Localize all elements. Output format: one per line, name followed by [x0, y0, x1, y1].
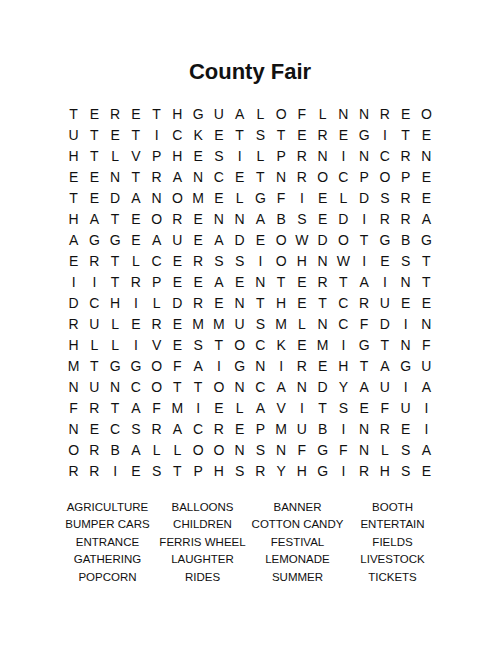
grid-cell[interactable]: L [146, 293, 167, 314]
grid-cell[interactable]: E [126, 461, 147, 482]
grid-cell[interactable]: F [292, 104, 313, 125]
grid-cell[interactable]: E [167, 251, 188, 272]
grid-cell[interactable]: N [354, 440, 375, 461]
grid-cell[interactable]: C [375, 146, 396, 167]
grid-cell[interactable]: E [250, 230, 271, 251]
grid-cell[interactable]: L [167, 440, 188, 461]
grid-cell[interactable]: U [416, 356, 437, 377]
grid-cell[interactable]: I [354, 251, 375, 272]
grid-cell[interactable]: T [146, 104, 167, 125]
grid-cell[interactable]: A [146, 230, 167, 251]
grid-cell[interactable]: C [126, 377, 147, 398]
grid-cell[interactable]: Y [271, 461, 292, 482]
grid-cell[interactable]: R [292, 146, 313, 167]
grid-cell[interactable]: U [395, 398, 416, 419]
grid-cell[interactable]: D [354, 188, 375, 209]
grid-cell[interactable]: M [63, 356, 84, 377]
grid-cell[interactable]: L [312, 104, 333, 125]
grid-cell[interactable]: B [271, 209, 292, 230]
grid-cell[interactable]: G [105, 356, 126, 377]
grid-cell[interactable]: K [271, 335, 292, 356]
grid-cell[interactable]: I [395, 314, 416, 335]
grid-cell[interactable]: F [167, 356, 188, 377]
grid-cell[interactable]: T [84, 356, 105, 377]
grid-cell[interactable]: R [312, 272, 333, 293]
grid-cell[interactable]: E [416, 167, 437, 188]
grid-cell[interactable]: T [209, 335, 230, 356]
grid-cell[interactable]: C [250, 335, 271, 356]
grid-cell[interactable]: S [375, 188, 396, 209]
grid-cell[interactable]: H [375, 461, 396, 482]
grid-cell[interactable]: F [146, 398, 167, 419]
grid-cell[interactable]: N [333, 104, 354, 125]
grid-cell[interactable]: E [63, 251, 84, 272]
grid-cell[interactable]: C [105, 419, 126, 440]
grid-cell[interactable]: N [105, 167, 126, 188]
grid-cell[interactable]: E [209, 125, 230, 146]
grid-cell[interactable]: L [333, 188, 354, 209]
grid-cell[interactable]: O [271, 251, 292, 272]
grid-cell[interactable]: A [271, 377, 292, 398]
grid-cell[interactable]: H [167, 146, 188, 167]
grid-cell[interactable]: T [105, 398, 126, 419]
grid-cell[interactable]: P [395, 167, 416, 188]
grid-cell[interactable]: N [292, 377, 313, 398]
grid-cell[interactable]: E [395, 104, 416, 125]
grid-cell[interactable]: G [84, 230, 105, 251]
grid-cell[interactable]: D [229, 230, 250, 251]
grid-cell[interactable]: I [126, 335, 147, 356]
grid-cell[interactable]: O [271, 104, 292, 125]
grid-cell[interactable]: P [271, 146, 292, 167]
grid-cell[interactable]: E [354, 398, 375, 419]
grid-cell[interactable]: F [292, 440, 313, 461]
grid-cell[interactable]: G [354, 335, 375, 356]
grid-cell[interactable]: T [312, 398, 333, 419]
grid-cell[interactable]: E [395, 419, 416, 440]
grid-cell[interactable]: N [146, 188, 167, 209]
grid-cell[interactable]: E [209, 293, 230, 314]
grid-cell[interactable]: U [375, 377, 396, 398]
grid-cell[interactable]: T [105, 209, 126, 230]
grid-cell[interactable]: I [354, 209, 375, 230]
grid-cell[interactable]: T [312, 293, 333, 314]
grid-cell[interactable]: R [84, 461, 105, 482]
grid-cell[interactable]: R [395, 188, 416, 209]
grid-cell[interactable]: N [250, 356, 271, 377]
grid-cell[interactable]: N [105, 377, 126, 398]
grid-cell[interactable]: E [416, 461, 437, 482]
grid-cell[interactable]: T [395, 125, 416, 146]
grid-cell[interactable]: E [188, 230, 209, 251]
grid-cell[interactable]: T [271, 125, 292, 146]
grid-cell[interactable]: C [188, 419, 209, 440]
grid-cell[interactable]: E [63, 167, 84, 188]
grid-cell[interactable]: I [375, 125, 396, 146]
grid-cell[interactable]: T [167, 461, 188, 482]
grid-cell[interactable]: P [188, 461, 209, 482]
grid-cell[interactable]: S [229, 251, 250, 272]
grid-cell[interactable]: F [375, 398, 396, 419]
grid-cell[interactable]: C [333, 167, 354, 188]
grid-cell[interactable]: R [312, 125, 333, 146]
grid-cell[interactable]: E [126, 104, 147, 125]
grid-cell[interactable]: G [250, 188, 271, 209]
grid-cell[interactable]: E [188, 146, 209, 167]
grid-cell[interactable]: S [395, 440, 416, 461]
grid-cell[interactable]: S [146, 461, 167, 482]
grid-cell[interactable]: R [84, 440, 105, 461]
grid-cell[interactable]: N [354, 419, 375, 440]
grid-cell[interactable]: G [375, 230, 396, 251]
grid-cell[interactable]: A [167, 419, 188, 440]
grid-cell[interactable]: L [126, 251, 147, 272]
grid-cell[interactable]: L [229, 398, 250, 419]
grid-cell[interactable]: M [209, 314, 230, 335]
grid-cell[interactable]: O [333, 230, 354, 251]
grid-cell[interactable]: O [271, 230, 292, 251]
grid-cell[interactable]: N [312, 314, 333, 335]
grid-cell[interactable]: A [354, 377, 375, 398]
grid-cell[interactable]: N [395, 335, 416, 356]
grid-cell[interactable]: S [209, 251, 230, 272]
grid-cell[interactable]: L [229, 188, 250, 209]
grid-cell[interactable]: L [250, 104, 271, 125]
grid-cell[interactable]: A [126, 188, 147, 209]
grid-cell[interactable]: O [167, 188, 188, 209]
grid-cell[interactable]: P [146, 146, 167, 167]
grid-cell[interactable]: N [416, 314, 437, 335]
grid-cell[interactable]: U [229, 314, 250, 335]
grid-cell[interactable]: A [250, 209, 271, 230]
grid-cell[interactable]: E [229, 419, 250, 440]
grid-cell[interactable]: E [167, 314, 188, 335]
grid-cell[interactable]: A [354, 272, 375, 293]
grid-cell[interactable]: C [146, 251, 167, 272]
grid-cell[interactable]: E [126, 230, 147, 251]
grid-cell[interactable]: R [105, 104, 126, 125]
grid-cell[interactable]: M [188, 314, 209, 335]
grid-cell[interactable]: H [292, 251, 313, 272]
grid-cell[interactable]: E [84, 104, 105, 125]
grid-cell[interactable]: R [63, 314, 84, 335]
grid-cell[interactable]: E [84, 419, 105, 440]
grid-cell[interactable]: S [229, 461, 250, 482]
grid-cell[interactable]: F [271, 188, 292, 209]
grid-cell[interactable]: I [209, 356, 230, 377]
grid-cell[interactable]: T [416, 272, 437, 293]
grid-cell[interactable]: D [333, 209, 354, 230]
grid-cell[interactable]: H [333, 356, 354, 377]
grid-cell[interactable]: L [146, 440, 167, 461]
grid-cell[interactable]: D [167, 293, 188, 314]
grid-cell[interactable]: W [292, 230, 313, 251]
grid-cell[interactable]: N [63, 419, 84, 440]
grid-cell[interactable]: R [250, 461, 271, 482]
grid-cell[interactable]: E [395, 293, 416, 314]
grid-cell[interactable]: N [188, 167, 209, 188]
grid-cell[interactable]: U [375, 293, 396, 314]
grid-cell[interactable]: G [395, 356, 416, 377]
grid-cell[interactable]: O [209, 377, 230, 398]
grid-cell[interactable]: A [126, 440, 147, 461]
grid-cell[interactable]: O [63, 440, 84, 461]
grid-cell[interactable]: R [188, 293, 209, 314]
grid-cell[interactable]: G [416, 230, 437, 251]
grid-cell[interactable]: I [416, 419, 437, 440]
grid-cell[interactable]: N [209, 209, 230, 230]
grid-cell[interactable]: O [146, 209, 167, 230]
grid-cell[interactable]: R [375, 104, 396, 125]
grid-cell[interactable]: A [416, 209, 437, 230]
grid-cell[interactable]: I [271, 356, 292, 377]
grid-cell[interactable]: K [188, 125, 209, 146]
grid-cell[interactable]: M [188, 188, 209, 209]
grid-cell[interactable]: H [167, 104, 188, 125]
grid-cell[interactable]: V [126, 146, 147, 167]
grid-cell[interactable]: N [416, 146, 437, 167]
grid-cell[interactable]: O [188, 440, 209, 461]
grid-cell[interactable]: A [416, 440, 437, 461]
grid-cell[interactable]: O [209, 440, 230, 461]
grid-cell[interactable]: A [167, 167, 188, 188]
grid-cell[interactable]: I [105, 461, 126, 482]
grid-cell[interactable]: E [312, 188, 333, 209]
grid-cell[interactable]: W [333, 251, 354, 272]
grid-cell[interactable]: T [229, 125, 250, 146]
grid-cell[interactable]: O [312, 167, 333, 188]
grid-cell[interactable]: E [167, 272, 188, 293]
grid-cell[interactable]: E [416, 293, 437, 314]
grid-cell[interactable]: U [167, 230, 188, 251]
grid-cell[interactable]: N [312, 251, 333, 272]
grid-cell[interactable]: S [292, 209, 313, 230]
grid-cell[interactable]: S [395, 251, 416, 272]
grid-cell[interactable]: I [188, 398, 209, 419]
grid-cell[interactable]: I [395, 377, 416, 398]
grid-cell[interactable]: D [105, 188, 126, 209]
grid-cell[interactable]: N [271, 167, 292, 188]
grid-cell[interactable]: M [271, 419, 292, 440]
grid-cell[interactable]: S [395, 461, 416, 482]
grid-cell[interactable]: N [271, 440, 292, 461]
grid-cell[interactable]: D [375, 314, 396, 335]
grid-cell[interactable]: R [395, 209, 416, 230]
grid-cell[interactable]: C [333, 314, 354, 335]
grid-cell[interactable]: S [250, 314, 271, 335]
grid-cell[interactable]: L [375, 440, 396, 461]
grid-cell[interactable]: E [188, 209, 209, 230]
grid-cell[interactable]: A [63, 230, 84, 251]
grid-cell[interactable]: L [105, 335, 126, 356]
grid-cell[interactable]: I [416, 398, 437, 419]
grid-cell[interactable]: M [312, 335, 333, 356]
grid-cell[interactable]: G [126, 356, 147, 377]
grid-cell[interactable]: O [375, 167, 396, 188]
grid-cell[interactable]: M [271, 314, 292, 335]
grid-cell[interactable]: C [167, 125, 188, 146]
grid-cell[interactable]: I [333, 335, 354, 356]
grid-cell[interactable]: E [333, 125, 354, 146]
grid-cell[interactable]: R [63, 461, 84, 482]
grid-cell[interactable]: T [250, 293, 271, 314]
grid-cell[interactable]: E [292, 125, 313, 146]
grid-cell[interactable]: H [105, 293, 126, 314]
grid-cell[interactable]: L [292, 314, 313, 335]
grid-cell[interactable]: S [250, 125, 271, 146]
grid-cell[interactable]: H [63, 146, 84, 167]
grid-cell[interactable]: R [167, 209, 188, 230]
grid-cell[interactable]: E [292, 293, 313, 314]
grid-cell[interactable]: S [209, 146, 230, 167]
grid-cell[interactable]: R [292, 167, 313, 188]
grid-cell[interactable]: E [292, 335, 313, 356]
grid-cell[interactable]: S [333, 398, 354, 419]
grid-cell[interactable]: B [395, 230, 416, 251]
grid-cell[interactable]: I [292, 398, 313, 419]
grid-cell[interactable]: R [146, 167, 167, 188]
grid-cell[interactable]: T [354, 356, 375, 377]
grid-cell[interactable]: I [229, 146, 250, 167]
grid-cell[interactable]: T [188, 377, 209, 398]
grid-cell[interactable]: M [167, 398, 188, 419]
grid-cell[interactable]: P [146, 272, 167, 293]
grid-cell[interactable]: I [333, 146, 354, 167]
grid-cell[interactable]: A [209, 272, 230, 293]
grid-cell[interactable]: A [375, 356, 396, 377]
grid-cell[interactable]: A [209, 230, 230, 251]
grid-cell[interactable]: A [84, 209, 105, 230]
grid-cell[interactable]: T [375, 335, 396, 356]
grid-cell[interactable]: I [84, 272, 105, 293]
grid-cell[interactable]: A [416, 377, 437, 398]
grid-cell[interactable]: I [146, 125, 167, 146]
grid-cell[interactable]: A [188, 356, 209, 377]
grid-cell[interactable]: R [84, 398, 105, 419]
grid-cell[interactable]: V [146, 335, 167, 356]
grid-cell[interactable]: O [146, 377, 167, 398]
grid-cell[interactable]: E [416, 125, 437, 146]
grid-cell[interactable]: N [354, 146, 375, 167]
grid-cell[interactable]: E [188, 272, 209, 293]
grid-cell[interactable]: R [84, 251, 105, 272]
grid-cell[interactable]: E [229, 167, 250, 188]
grid-cell[interactable]: B [312, 419, 333, 440]
grid-cell[interactable]: U [84, 314, 105, 335]
grid-cell[interactable]: G [105, 230, 126, 251]
grid-cell[interactable]: E [209, 188, 230, 209]
grid-cell[interactable]: T [167, 377, 188, 398]
grid-cell[interactable]: H [63, 209, 84, 230]
grid-cell[interactable]: E [209, 398, 230, 419]
grid-cell[interactable]: R [146, 314, 167, 335]
grid-cell[interactable]: T [333, 272, 354, 293]
grid-cell[interactable]: C [250, 377, 271, 398]
grid-cell[interactable]: E [126, 209, 147, 230]
grid-cell[interactable]: G [354, 125, 375, 146]
grid-cell[interactable]: N [229, 209, 250, 230]
grid-cell[interactable]: S [250, 440, 271, 461]
grid-cell[interactable]: T [84, 146, 105, 167]
grid-cell[interactable]: R [188, 251, 209, 272]
grid-cell[interactable]: D [63, 293, 84, 314]
grid-cell[interactable]: N [229, 440, 250, 461]
grid-cell[interactable]: N [229, 377, 250, 398]
grid-cell[interactable]: R [209, 419, 230, 440]
grid-cell[interactable]: Y [333, 377, 354, 398]
grid-cell[interactable]: T [105, 272, 126, 293]
grid-cell[interactable]: T [271, 272, 292, 293]
grid-cell[interactable]: F [333, 440, 354, 461]
grid-cell[interactable]: B [105, 440, 126, 461]
grid-cell[interactable]: T [126, 167, 147, 188]
grid-cell[interactable]: R [395, 146, 416, 167]
grid-cell[interactable]: N [312, 146, 333, 167]
grid-cell[interactable]: A [250, 398, 271, 419]
grid-cell[interactable]: R [354, 461, 375, 482]
grid-cell[interactable]: R [375, 419, 396, 440]
grid-cell[interactable]: E [84, 188, 105, 209]
grid-cell[interactable]: D [312, 377, 333, 398]
grid-cell[interactable]: O [416, 104, 437, 125]
grid-cell[interactable]: E [105, 125, 126, 146]
grid-cell[interactable]: E [126, 314, 147, 335]
grid-cell[interactable]: O [229, 335, 250, 356]
grid-cell[interactable]: F [354, 314, 375, 335]
grid-cell[interactable]: R [375, 209, 396, 230]
grid-cell[interactable]: I [333, 419, 354, 440]
grid-cell[interactable]: R [354, 293, 375, 314]
grid-cell[interactable]: U [209, 104, 230, 125]
grid-cell[interactable]: L [84, 335, 105, 356]
grid-cell[interactable]: C [333, 293, 354, 314]
grid-cell[interactable]: O [146, 356, 167, 377]
grid-cell[interactable]: F [63, 398, 84, 419]
grid-cell[interactable]: G [312, 440, 333, 461]
grid-cell[interactable]: A [229, 104, 250, 125]
grid-cell[interactable]: S [188, 335, 209, 356]
grid-cell[interactable]: T [250, 167, 271, 188]
grid-cell[interactable]: N [395, 272, 416, 293]
grid-cell[interactable]: U [292, 419, 313, 440]
grid-cell[interactable]: E [167, 335, 188, 356]
grid-cell[interactable]: G [188, 104, 209, 125]
grid-cell[interactable]: C [209, 167, 230, 188]
grid-cell[interactable]: V [271, 398, 292, 419]
grid-cell[interactable]: T [354, 230, 375, 251]
grid-cell[interactable]: N [229, 293, 250, 314]
grid-cell[interactable]: S [126, 419, 147, 440]
grid-cell[interactable]: E [292, 272, 313, 293]
grid-cell[interactable]: H [271, 293, 292, 314]
grid-cell[interactable]: E [312, 356, 333, 377]
grid-cell[interactable]: D [312, 230, 333, 251]
grid-cell[interactable]: I [250, 251, 271, 272]
grid-cell[interactable]: R [146, 419, 167, 440]
grid-cell[interactable]: R [126, 272, 147, 293]
grid-cell[interactable]: G [312, 461, 333, 482]
grid-cell[interactable]: T [84, 125, 105, 146]
grid-cell[interactable]: R [292, 356, 313, 377]
grid-cell[interactable]: T [63, 104, 84, 125]
grid-cell[interactable]: E [416, 188, 437, 209]
grid-cell[interactable]: P [250, 419, 271, 440]
grid-cell[interactable]: H [292, 461, 313, 482]
grid-cell[interactable]: H [209, 461, 230, 482]
grid-cell[interactable]: A [126, 398, 147, 419]
grid-cell[interactable]: L [105, 314, 126, 335]
grid-cell[interactable]: I [375, 272, 396, 293]
